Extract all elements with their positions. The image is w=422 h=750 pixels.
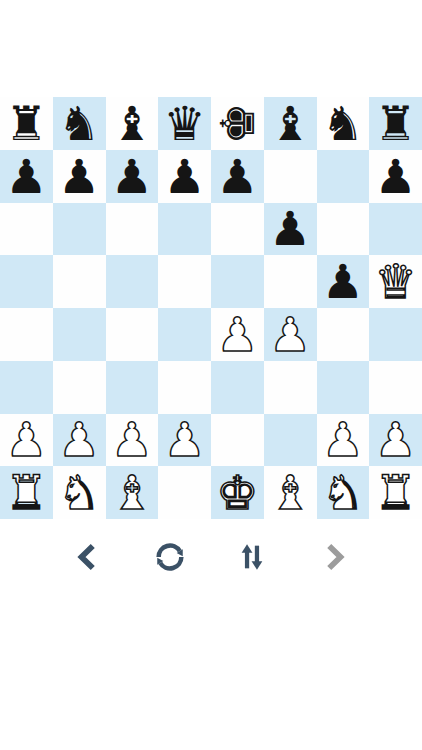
square-h7[interactable]: ♟ (369, 150, 422, 203)
square-h8[interactable]: ♜ (369, 97, 422, 150)
piece-wP-c2: ♟ (111, 416, 153, 463)
square-e5[interactable] (211, 255, 264, 308)
square-c4[interactable] (106, 308, 159, 361)
swap-vertical-icon (235, 539, 269, 575)
square-d6[interactable] (158, 203, 211, 256)
square-e4[interactable]: ♟ (211, 308, 264, 361)
square-a1[interactable]: ♜ (0, 466, 53, 519)
piece-bP-e7: ♟ (216, 153, 258, 200)
square-g6[interactable] (317, 203, 370, 256)
piece-bP-d7: ♟ (164, 153, 206, 200)
square-b5[interactable] (53, 255, 106, 308)
square-c8[interactable]: ♝ (106, 97, 159, 150)
square-f3[interactable] (264, 361, 317, 414)
square-b8[interactable]: ♞ (53, 97, 106, 150)
piece-wP-b2: ♟ (58, 416, 100, 463)
square-f5[interactable] (264, 255, 317, 308)
move-controls (0, 534, 422, 580)
piece-bR-h8: ♜ (375, 100, 417, 147)
square-g7[interactable] (317, 150, 370, 203)
piece-wP-g2: ♟ (322, 416, 364, 463)
square-d4[interactable] (158, 308, 211, 361)
piece-wB-f1: ♝ (269, 469, 311, 516)
square-d7[interactable]: ♟ (158, 150, 211, 203)
square-b6[interactable] (53, 203, 106, 256)
square-d3[interactable] (158, 361, 211, 414)
piece-wR-h1: ♜ (375, 469, 417, 516)
square-f8[interactable]: ♝ (264, 97, 317, 150)
square-a3[interactable] (0, 361, 53, 414)
forward-button[interactable] (316, 534, 352, 580)
flip-board-button[interactable] (234, 534, 270, 580)
square-h4[interactable] (369, 308, 422, 361)
square-e1[interactable]: ♚ (211, 466, 264, 519)
piece-bK-e8: ♚ (214, 102, 261, 144)
square-b4[interactable] (53, 308, 106, 361)
piece-wP-f4: ♟ (269, 311, 311, 358)
square-e8[interactable]: ♚ (211, 97, 264, 150)
piece-bN-g8: ♞ (322, 100, 364, 147)
piece-wP-a2: ♟ (5, 416, 47, 463)
piece-wK-e1: ♚ (216, 469, 258, 516)
square-g4[interactable] (317, 308, 370, 361)
piece-bN-b8: ♞ (58, 100, 100, 147)
back-button[interactable] (70, 534, 106, 580)
square-a7[interactable]: ♟ (0, 150, 53, 203)
square-g2[interactable]: ♟ (317, 414, 370, 467)
square-d8[interactable]: ♛ (158, 97, 211, 150)
square-a4[interactable] (0, 308, 53, 361)
square-c6[interactable] (106, 203, 159, 256)
square-a6[interactable] (0, 203, 53, 256)
square-b7[interactable]: ♟ (53, 150, 106, 203)
square-h2[interactable]: ♟ (369, 414, 422, 467)
square-b1[interactable]: ♞ (53, 466, 106, 519)
chevron-left-icon (73, 541, 103, 573)
square-f2[interactable] (264, 414, 317, 467)
square-d2[interactable]: ♟ (158, 414, 211, 467)
square-c7[interactable]: ♟ (106, 150, 159, 203)
piece-bP-g5: ♟ (322, 258, 364, 305)
square-a2[interactable]: ♟ (0, 414, 53, 467)
piece-bQ-d8: ♛ (164, 100, 206, 147)
square-f7[interactable] (264, 150, 317, 203)
piece-bP-h7: ♟ (375, 153, 417, 200)
square-h5[interactable]: ♛ (369, 255, 422, 308)
piece-wR-a1: ♜ (5, 469, 47, 516)
piece-wP-h2: ♟ (375, 416, 417, 463)
square-d1[interactable] (158, 466, 211, 519)
piece-wN-b1: ♞ (58, 469, 100, 516)
reset-button[interactable] (152, 534, 188, 580)
square-c2[interactable]: ♟ (106, 414, 159, 467)
square-a5[interactable] (0, 255, 53, 308)
piece-bP-b7: ♟ (58, 153, 100, 200)
square-e3[interactable] (211, 361, 264, 414)
piece-wP-e4: ♟ (216, 311, 258, 358)
piece-bP-f6: ♟ (269, 205, 311, 252)
square-e6[interactable] (211, 203, 264, 256)
square-h1[interactable]: ♜ (369, 466, 422, 519)
square-g1[interactable]: ♞ (317, 466, 370, 519)
square-g8[interactable]: ♞ (317, 97, 370, 150)
square-f4[interactable]: ♟ (264, 308, 317, 361)
piece-wQ-h5: ♛ (375, 258, 417, 305)
square-e2[interactable] (211, 414, 264, 467)
square-g5[interactable]: ♟ (317, 255, 370, 308)
square-c5[interactable] (106, 255, 159, 308)
square-c3[interactable] (106, 361, 159, 414)
chess-app-screen: ♜♞♝♛♚♝♞♜♟♟♟♟♟♟♟♟♛♟♟♟♟♟♟♟♟♜♞♝♚♝♞♜ (0, 0, 422, 750)
square-f1[interactable]: ♝ (264, 466, 317, 519)
square-a8[interactable]: ♜ (0, 97, 53, 150)
piece-bB-c8: ♝ (111, 100, 153, 147)
piece-wP-d2: ♟ (164, 416, 206, 463)
square-c1[interactable]: ♝ (106, 466, 159, 519)
square-h6[interactable] (369, 203, 422, 256)
chess-board: ♜♞♝♛♚♝♞♜♟♟♟♟♟♟♟♟♛♟♟♟♟♟♟♟♟♜♞♝♚♝♞♜ (0, 97, 422, 519)
piece-bB-f8: ♝ (269, 100, 311, 147)
square-e7[interactable]: ♟ (211, 150, 264, 203)
square-b2[interactable]: ♟ (53, 414, 106, 467)
square-h3[interactable] (369, 361, 422, 414)
square-b3[interactable] (53, 361, 106, 414)
piece-bP-a7: ♟ (5, 153, 47, 200)
chevron-right-icon (319, 541, 349, 573)
piece-wB-c1: ♝ (111, 469, 153, 516)
square-d5[interactable] (158, 255, 211, 308)
piece-bP-c7: ♟ (111, 153, 153, 200)
square-g3[interactable] (317, 361, 370, 414)
piece-bR-a8: ♜ (5, 100, 47, 147)
square-f6[interactable]: ♟ (264, 203, 317, 256)
piece-wN-g1: ♞ (322, 469, 364, 516)
refresh-icon (153, 540, 187, 574)
